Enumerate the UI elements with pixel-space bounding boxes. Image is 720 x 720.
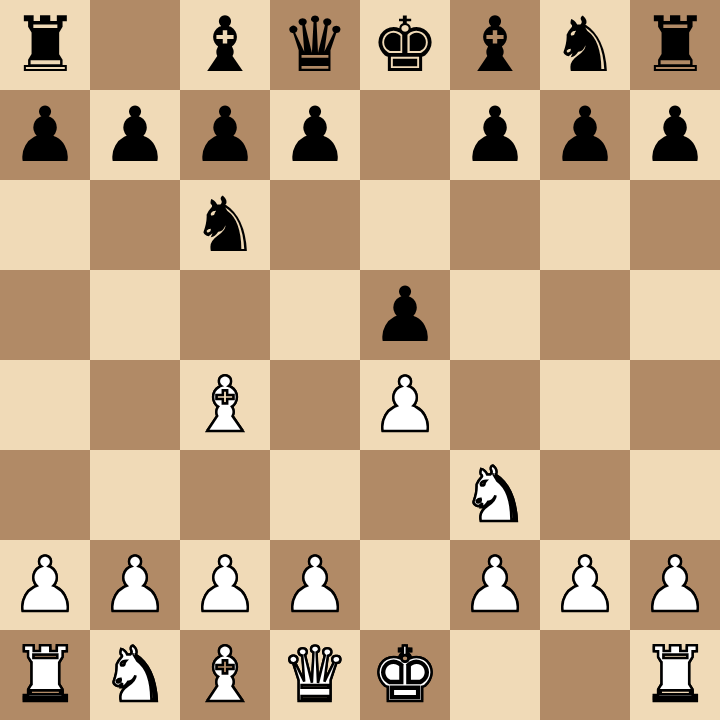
square-b1[interactable]: ♞ <box>90 630 180 720</box>
square-a8[interactable]: ♜ <box>0 0 90 90</box>
piece-white-rook[interactable]: ♜ <box>641 637 709 713</box>
square-g5[interactable] <box>540 270 630 360</box>
square-h5[interactable] <box>630 270 720 360</box>
square-d6[interactable] <box>270 180 360 270</box>
square-a1[interactable]: ♜ <box>0 630 90 720</box>
square-a3[interactable] <box>0 450 90 540</box>
square-a5[interactable] <box>0 270 90 360</box>
piece-black-pawn[interactable]: ♟ <box>551 97 619 173</box>
square-f7[interactable]: ♟ <box>450 90 540 180</box>
square-b7[interactable]: ♟ <box>90 90 180 180</box>
piece-white-pawn[interactable]: ♟ <box>551 547 619 623</box>
square-e8[interactable]: ♚ <box>360 0 450 90</box>
square-g7[interactable]: ♟ <box>540 90 630 180</box>
square-c5[interactable] <box>180 270 270 360</box>
piece-white-pawn[interactable]: ♟ <box>11 547 79 623</box>
chess-board: ♜♝♛♚♝♞♜♟♟♟♟♟♟♟♞♟♝♟♞♟♟♟♟♟♟♟♜♞♝♛♚♜ <box>0 0 720 720</box>
square-e1[interactable]: ♚ <box>360 630 450 720</box>
square-h6[interactable] <box>630 180 720 270</box>
square-b3[interactable] <box>90 450 180 540</box>
square-e7[interactable] <box>360 90 450 180</box>
square-b4[interactable] <box>90 360 180 450</box>
square-h8[interactable]: ♜ <box>630 0 720 90</box>
piece-black-pawn[interactable]: ♟ <box>11 97 79 173</box>
square-b6[interactable] <box>90 180 180 270</box>
square-g8[interactable]: ♞ <box>540 0 630 90</box>
piece-black-pawn[interactable]: ♟ <box>191 97 259 173</box>
square-h1[interactable]: ♜ <box>630 630 720 720</box>
square-h2[interactable]: ♟ <box>630 540 720 630</box>
piece-white-king[interactable]: ♚ <box>371 637 439 713</box>
piece-white-knight[interactable]: ♞ <box>101 637 169 713</box>
square-c2[interactable]: ♟ <box>180 540 270 630</box>
square-e5[interactable]: ♟ <box>360 270 450 360</box>
square-f2[interactable]: ♟ <box>450 540 540 630</box>
square-e3[interactable] <box>360 450 450 540</box>
square-e4[interactable]: ♟ <box>360 360 450 450</box>
piece-white-pawn[interactable]: ♟ <box>461 547 529 623</box>
square-a6[interactable] <box>0 180 90 270</box>
square-f1[interactable] <box>450 630 540 720</box>
piece-black-pawn[interactable]: ♟ <box>461 97 529 173</box>
piece-black-king[interactable]: ♚ <box>371 7 439 83</box>
square-f5[interactable] <box>450 270 540 360</box>
piece-white-bishop[interactable]: ♝ <box>191 637 259 713</box>
square-g1[interactable] <box>540 630 630 720</box>
piece-white-pawn[interactable]: ♟ <box>101 547 169 623</box>
piece-black-bishop[interactable]: ♝ <box>461 7 529 83</box>
square-c3[interactable] <box>180 450 270 540</box>
piece-white-pawn[interactable]: ♟ <box>191 547 259 623</box>
square-a4[interactable] <box>0 360 90 450</box>
square-d4[interactable] <box>270 360 360 450</box>
square-c6[interactable]: ♞ <box>180 180 270 270</box>
piece-black-bishop[interactable]: ♝ <box>191 7 259 83</box>
square-b5[interactable] <box>90 270 180 360</box>
square-f6[interactable] <box>450 180 540 270</box>
square-h3[interactable] <box>630 450 720 540</box>
piece-white-pawn[interactable]: ♟ <box>281 547 349 623</box>
piece-black-rook[interactable]: ♜ <box>641 7 709 83</box>
square-d3[interactable] <box>270 450 360 540</box>
square-f4[interactable] <box>450 360 540 450</box>
piece-black-pawn[interactable]: ♟ <box>371 277 439 353</box>
piece-black-pawn[interactable]: ♟ <box>281 97 349 173</box>
square-g2[interactable]: ♟ <box>540 540 630 630</box>
piece-black-knight[interactable]: ♞ <box>191 187 259 263</box>
square-h7[interactable]: ♟ <box>630 90 720 180</box>
square-f3[interactable]: ♞ <box>450 450 540 540</box>
square-b2[interactable]: ♟ <box>90 540 180 630</box>
square-d2[interactable]: ♟ <box>270 540 360 630</box>
piece-white-knight[interactable]: ♞ <box>461 457 529 533</box>
piece-black-rook[interactable]: ♜ <box>11 7 79 83</box>
square-a7[interactable]: ♟ <box>0 90 90 180</box>
square-c8[interactable]: ♝ <box>180 0 270 90</box>
square-a2[interactable]: ♟ <box>0 540 90 630</box>
square-h4[interactable] <box>630 360 720 450</box>
square-c1[interactable]: ♝ <box>180 630 270 720</box>
piece-black-pawn[interactable]: ♟ <box>641 97 709 173</box>
square-d8[interactable]: ♛ <box>270 0 360 90</box>
piece-white-bishop[interactable]: ♝ <box>191 367 259 443</box>
square-b8[interactable] <box>90 0 180 90</box>
square-d7[interactable]: ♟ <box>270 90 360 180</box>
square-d5[interactable] <box>270 270 360 360</box>
piece-white-queen[interactable]: ♛ <box>281 637 349 713</box>
piece-black-queen[interactable]: ♛ <box>281 7 349 83</box>
square-e2[interactable] <box>360 540 450 630</box>
square-g4[interactable] <box>540 360 630 450</box>
piece-black-knight[interactable]: ♞ <box>551 7 619 83</box>
square-e6[interactable] <box>360 180 450 270</box>
piece-white-pawn[interactable]: ♟ <box>371 367 439 443</box>
square-c7[interactable]: ♟ <box>180 90 270 180</box>
square-d1[interactable]: ♛ <box>270 630 360 720</box>
square-f8[interactable]: ♝ <box>450 0 540 90</box>
square-g6[interactable] <box>540 180 630 270</box>
piece-white-rook[interactable]: ♜ <box>11 637 79 713</box>
square-c4[interactable]: ♝ <box>180 360 270 450</box>
square-g3[interactable] <box>540 450 630 540</box>
piece-white-pawn[interactable]: ♟ <box>641 547 709 623</box>
piece-black-pawn[interactable]: ♟ <box>101 97 169 173</box>
